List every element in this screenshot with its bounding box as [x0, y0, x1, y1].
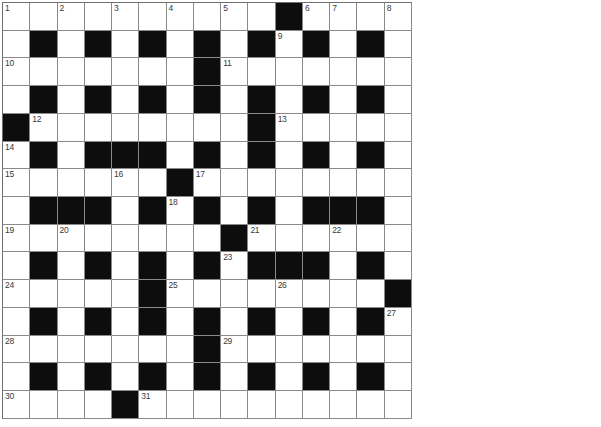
cell-r8c7[interactable]	[194, 225, 221, 253]
cell-r11c12[interactable]	[330, 308, 357, 336]
cell-r14c12[interactable]	[330, 391, 357, 419]
black-cell-r11c13	[357, 308, 384, 336]
cell-r0c1[interactable]	[30, 3, 57, 31]
cell-r4c3[interactable]	[85, 114, 112, 142]
cell-r1c2[interactable]	[58, 31, 85, 59]
cell-r12c4[interactable]	[112, 336, 139, 364]
cell-r7c6[interactable]: 18	[167, 197, 194, 225]
cell-r8c3[interactable]	[85, 225, 112, 253]
cell-r10c0[interactable]: 24	[3, 280, 30, 308]
cell-r11c0[interactable]	[3, 308, 30, 336]
cell-r3c4[interactable]	[112, 86, 139, 114]
cell-r0c4[interactable]: 3	[112, 3, 139, 31]
cell-r12c2[interactable]	[58, 336, 85, 364]
black-cell-r3c13	[357, 86, 384, 114]
black-cell-r11c3	[85, 308, 112, 336]
cell-r0c5[interactable]	[139, 3, 166, 31]
cell-r10c6[interactable]: 25	[167, 280, 194, 308]
cell-r4c5[interactable]	[139, 114, 166, 142]
cell-r3c0[interactable]	[3, 86, 30, 114]
cell-r0c6[interactable]: 4	[167, 3, 194, 31]
cell-r7c0[interactable]	[3, 197, 30, 225]
black-cell-r7c12	[330, 197, 357, 225]
black-cell-r7c7	[194, 197, 221, 225]
black-cell-r3c5	[139, 86, 166, 114]
black-cell-r7c1	[30, 197, 57, 225]
clue-number-22: 22	[332, 226, 341, 235]
cell-r1c0[interactable]	[3, 31, 30, 59]
black-cell-r7c5	[139, 197, 166, 225]
black-cell-r1c1	[30, 31, 57, 59]
cell-r3c8[interactable]	[221, 86, 248, 114]
black-cell-r5c13	[357, 142, 384, 170]
cell-r1c8[interactable]	[221, 31, 248, 59]
cell-r1c6[interactable]	[167, 31, 194, 59]
black-cell-r9c9	[248, 252, 275, 280]
cell-r4c11[interactable]	[303, 114, 330, 142]
black-cell-r13c7	[194, 363, 221, 391]
cell-r8c9[interactable]: 21	[248, 225, 275, 253]
cell-r9c0[interactable]	[3, 252, 30, 280]
cell-r4c1[interactable]: 12	[30, 114, 57, 142]
cell-r4c6[interactable]	[167, 114, 194, 142]
black-cell-r9c1	[30, 252, 57, 280]
black-cell-r13c1	[30, 363, 57, 391]
cell-r13c0[interactable]	[3, 363, 30, 391]
cell-r10c11[interactable]	[303, 280, 330, 308]
black-cell-r4c9	[248, 114, 275, 142]
black-cell-r7c3	[85, 197, 112, 225]
cell-r4c4[interactable]	[112, 114, 139, 142]
black-cell-r11c11	[303, 308, 330, 336]
cell-r2c4[interactable]	[112, 58, 139, 86]
black-cell-r11c5	[139, 308, 166, 336]
black-cell-r5c3	[85, 142, 112, 170]
cell-r13c10[interactable]	[276, 363, 303, 391]
cell-r2c0[interactable]: 10	[3, 58, 30, 86]
cell-r11c8[interactable]	[221, 308, 248, 336]
cell-r2c3[interactable]	[85, 58, 112, 86]
cell-r10c13[interactable]	[357, 280, 384, 308]
cell-r14c14[interactable]	[385, 391, 412, 419]
cell-r8c4[interactable]	[112, 225, 139, 253]
cell-r13c14[interactable]	[385, 363, 412, 391]
cell-r2c8[interactable]: 11	[221, 58, 248, 86]
clue-number-17: 17	[196, 170, 205, 179]
black-cell-r1c5	[139, 31, 166, 59]
cell-r12c14[interactable]	[385, 336, 412, 364]
cell-r10c1[interactable]	[30, 280, 57, 308]
cell-r14c10[interactable]	[276, 391, 303, 419]
clue-number-2: 2	[60, 4, 64, 13]
cell-r3c10[interactable]	[276, 86, 303, 114]
black-cell-r9c5	[139, 252, 166, 280]
cell-r4c10[interactable]: 13	[276, 114, 303, 142]
clue-number-28: 28	[5, 337, 14, 346]
black-cell-r1c13	[357, 31, 384, 59]
clue-number-6: 6	[305, 4, 309, 13]
clue-number-23: 23	[223, 253, 232, 262]
cell-r6c11[interactable]	[303, 169, 330, 197]
cell-r14c5[interactable]: 31	[139, 391, 166, 419]
cell-r0c9[interactable]	[248, 3, 275, 31]
cell-r2c6[interactable]	[167, 58, 194, 86]
cell-r12c1[interactable]	[30, 336, 57, 364]
black-cell-r13c11	[303, 363, 330, 391]
cell-r3c6[interactable]	[167, 86, 194, 114]
clue-number-9: 9	[278, 32, 282, 41]
cell-r2c1[interactable]	[30, 58, 57, 86]
cell-r6c4[interactable]: 16	[112, 169, 139, 197]
cell-r14c1[interactable]	[30, 391, 57, 419]
cell-r10c8[interactable]	[221, 280, 248, 308]
black-cell-r7c13	[357, 197, 384, 225]
black-cell-r8c8	[221, 225, 248, 253]
clue-number-4: 4	[169, 4, 173, 13]
cell-r0c12[interactable]: 7	[330, 3, 357, 31]
black-cell-r3c7	[194, 86, 221, 114]
clue-number-15: 15	[5, 170, 14, 179]
cell-r8c0[interactable]: 19	[3, 225, 30, 253]
black-cell-r7c9	[248, 197, 275, 225]
cell-r8c13[interactable]	[357, 225, 384, 253]
cell-r14c13[interactable]	[357, 391, 384, 419]
cell-r2c10[interactable]	[276, 58, 303, 86]
cell-r7c4[interactable]	[112, 197, 139, 225]
black-cell-r5c4	[112, 142, 139, 170]
cell-r4c2[interactable]	[58, 114, 85, 142]
clue-number-29: 29	[223, 337, 232, 346]
cell-r2c12[interactable]	[330, 58, 357, 86]
cell-r12c9[interactable]	[248, 336, 275, 364]
cell-r6c8[interactable]	[221, 169, 248, 197]
cell-r2c13[interactable]	[357, 58, 384, 86]
black-cell-r13c5	[139, 363, 166, 391]
clue-number-5: 5	[223, 4, 227, 13]
black-cell-r5c9	[248, 142, 275, 170]
cell-r12c13[interactable]	[357, 336, 384, 364]
cell-r14c6[interactable]	[167, 391, 194, 419]
clue-number-20: 20	[60, 226, 69, 235]
cell-r6c5[interactable]	[139, 169, 166, 197]
cell-r11c4[interactable]	[112, 308, 139, 336]
cell-r6c7[interactable]: 17	[194, 169, 221, 197]
cell-r6c13[interactable]	[357, 169, 384, 197]
cell-r8c12[interactable]: 22	[330, 225, 357, 253]
cell-r12c12[interactable]	[330, 336, 357, 364]
cell-r0c7[interactable]	[194, 3, 221, 31]
cell-r2c14[interactable]	[385, 58, 412, 86]
cell-r6c12[interactable]	[330, 169, 357, 197]
black-cell-r9c7	[194, 252, 221, 280]
black-cell-r6c6	[167, 169, 194, 197]
cell-r13c12[interactable]	[330, 363, 357, 391]
black-cell-r3c9	[248, 86, 275, 114]
clue-number-13: 13	[278, 115, 287, 124]
cell-r6c1[interactable]	[30, 169, 57, 197]
cell-r5c10[interactable]	[276, 142, 303, 170]
black-cell-r0c10	[276, 3, 303, 31]
cell-r9c12[interactable]	[330, 252, 357, 280]
clue-number-30: 30	[5, 392, 14, 401]
cell-r8c5[interactable]	[139, 225, 166, 253]
cell-r11c2[interactable]	[58, 308, 85, 336]
cell-r11c6[interactable]	[167, 308, 194, 336]
cell-r6c3[interactable]	[85, 169, 112, 197]
cell-r10c4[interactable]	[112, 280, 139, 308]
cell-r13c2[interactable]	[58, 363, 85, 391]
cell-r6c0[interactable]: 15	[3, 169, 30, 197]
cell-r8c10[interactable]	[276, 225, 303, 253]
clue-number-31: 31	[141, 392, 150, 401]
cell-r0c13[interactable]	[357, 3, 384, 31]
clue-number-14: 14	[5, 143, 14, 152]
cell-r0c2[interactable]: 2	[58, 3, 85, 31]
clue-number-19: 19	[5, 226, 14, 235]
cell-r5c8[interactable]	[221, 142, 248, 170]
cell-r11c14[interactable]: 27	[385, 308, 412, 336]
black-cell-r9c13	[357, 252, 384, 280]
cell-r1c12[interactable]	[330, 31, 357, 59]
clue-number-26: 26	[278, 281, 287, 290]
cell-r5c6[interactable]	[167, 142, 194, 170]
cell-r12c6[interactable]	[167, 336, 194, 364]
black-cell-r9c3	[85, 252, 112, 280]
cell-r13c8[interactable]	[221, 363, 248, 391]
clue-number-10: 10	[5, 59, 14, 68]
cell-r5c14[interactable]	[385, 142, 412, 170]
black-cell-r5c11	[303, 142, 330, 170]
black-cell-r10c14	[385, 280, 412, 308]
cell-r10c10[interactable]: 26	[276, 280, 303, 308]
cell-r6c10[interactable]	[276, 169, 303, 197]
cell-r10c9[interactable]	[248, 280, 275, 308]
black-cell-r4c0	[3, 114, 30, 142]
clue-number-18: 18	[169, 198, 178, 207]
cell-r4c14[interactable]	[385, 114, 412, 142]
cell-r0c3[interactable]	[85, 3, 112, 31]
clue-number-24: 24	[5, 281, 14, 290]
cell-r5c12[interactable]	[330, 142, 357, 170]
black-cell-r10c5	[139, 280, 166, 308]
black-cell-r9c11	[303, 252, 330, 280]
cell-r4c8[interactable]	[221, 114, 248, 142]
black-cell-r3c3	[85, 86, 112, 114]
cell-r1c4[interactable]	[112, 31, 139, 59]
cell-r1c14[interactable]	[385, 31, 412, 59]
cell-r14c11[interactable]	[303, 391, 330, 419]
cell-r8c14[interactable]	[385, 225, 412, 253]
cell-r10c2[interactable]	[58, 280, 85, 308]
cell-r14c7[interactable]	[194, 391, 221, 419]
clue-number-11: 11	[223, 59, 231, 68]
cell-r9c6[interactable]	[167, 252, 194, 280]
cell-r13c4[interactable]	[112, 363, 139, 391]
cell-r2c9[interactable]	[248, 58, 275, 86]
cell-r0c11[interactable]: 6	[303, 3, 330, 31]
cell-r11c10[interactable]	[276, 308, 303, 336]
cell-r0c0[interactable]: 1	[3, 3, 30, 31]
clue-number-7: 7	[332, 4, 336, 13]
cell-r4c13[interactable]	[357, 114, 384, 142]
cell-r12c0[interactable]: 28	[3, 336, 30, 364]
black-cell-r12c7	[194, 336, 221, 364]
cell-r10c7[interactable]	[194, 280, 221, 308]
cell-r0c8[interactable]: 5	[221, 3, 248, 31]
cell-r5c0[interactable]: 14	[3, 142, 30, 170]
cell-r14c2[interactable]	[58, 391, 85, 419]
cell-r12c3[interactable]	[85, 336, 112, 364]
cell-r12c5[interactable]	[139, 336, 166, 364]
clue-number-3: 3	[114, 4, 118, 13]
cell-r5c2[interactable]	[58, 142, 85, 170]
cell-r2c2[interactable]	[58, 58, 85, 86]
cell-r8c6[interactable]	[167, 225, 194, 253]
cell-r8c2[interactable]: 20	[58, 225, 85, 253]
cell-r2c11[interactable]	[303, 58, 330, 86]
cell-r14c8[interactable]	[221, 391, 248, 419]
black-cell-r11c7	[194, 308, 221, 336]
cell-r14c9[interactable]	[248, 391, 275, 419]
clue-number-25: 25	[169, 281, 178, 290]
page: 1234567891011121314151617181920212223242…	[0, 0, 601, 427]
clue-number-8: 8	[387, 4, 391, 13]
cell-r9c4[interactable]	[112, 252, 139, 280]
cell-r10c3[interactable]	[85, 280, 112, 308]
black-cell-r5c1	[30, 142, 57, 170]
clue-number-12: 12	[32, 115, 41, 124]
black-cell-r1c3	[85, 31, 112, 59]
cell-r3c2[interactable]	[58, 86, 85, 114]
cell-r9c8[interactable]: 23	[221, 252, 248, 280]
cell-r10c12[interactable]	[330, 280, 357, 308]
cell-r12c8[interactable]: 29	[221, 336, 248, 364]
black-cell-r14c4	[112, 391, 139, 419]
black-cell-r13c9	[248, 363, 275, 391]
black-cell-r7c11	[303, 197, 330, 225]
black-cell-r3c1	[30, 86, 57, 114]
cell-r3c14[interactable]	[385, 86, 412, 114]
black-cell-r13c3	[85, 363, 112, 391]
black-cell-r1c7	[194, 31, 221, 59]
black-cell-r5c5	[139, 142, 166, 170]
cell-r4c7[interactable]	[194, 114, 221, 142]
cell-r12c10[interactable]	[276, 336, 303, 364]
black-cell-r5c7	[194, 142, 221, 170]
black-cell-r1c9	[248, 31, 275, 59]
clue-number-16: 16	[114, 170, 123, 179]
cell-r6c9[interactable]	[248, 169, 275, 197]
cell-r1c10[interactable]: 9	[276, 31, 303, 59]
black-cell-r9c10	[276, 252, 303, 280]
black-cell-r11c9	[248, 308, 275, 336]
cell-r7c10[interactable]	[276, 197, 303, 225]
clue-number-27: 27	[387, 309, 396, 318]
cell-r6c14[interactable]	[385, 169, 412, 197]
black-cell-r11c1	[30, 308, 57, 336]
cell-r14c3[interactable]	[85, 391, 112, 419]
cell-r6c2[interactable]	[58, 169, 85, 197]
cell-r9c2[interactable]	[58, 252, 85, 280]
black-cell-r13c13	[357, 363, 384, 391]
black-cell-r3c11	[303, 86, 330, 114]
cell-r0c14[interactable]: 8	[385, 3, 412, 31]
cell-r14c0[interactable]: 30	[3, 391, 30, 419]
cell-r12c11[interactable]	[303, 336, 330, 364]
cell-r4c12[interactable]	[330, 114, 357, 142]
clue-number-1: 1	[5, 4, 9, 13]
cell-r13c6[interactable]	[167, 363, 194, 391]
cell-r3c12[interactable]	[330, 86, 357, 114]
cell-r8c11[interactable]	[303, 225, 330, 253]
cell-r8c1[interactable]	[30, 225, 57, 253]
black-cell-r2c7	[194, 58, 221, 86]
cell-r7c14[interactable]	[385, 197, 412, 225]
black-cell-r7c2	[58, 197, 85, 225]
clue-number-21: 21	[250, 226, 259, 235]
cell-r9c14[interactable]	[385, 252, 412, 280]
cell-r2c5[interactable]	[139, 58, 166, 86]
cell-r7c8[interactable]	[221, 197, 248, 225]
black-cell-r1c11	[303, 31, 330, 59]
crossword-grid: 1234567891011121314151617181920212223242…	[2, 2, 412, 419]
